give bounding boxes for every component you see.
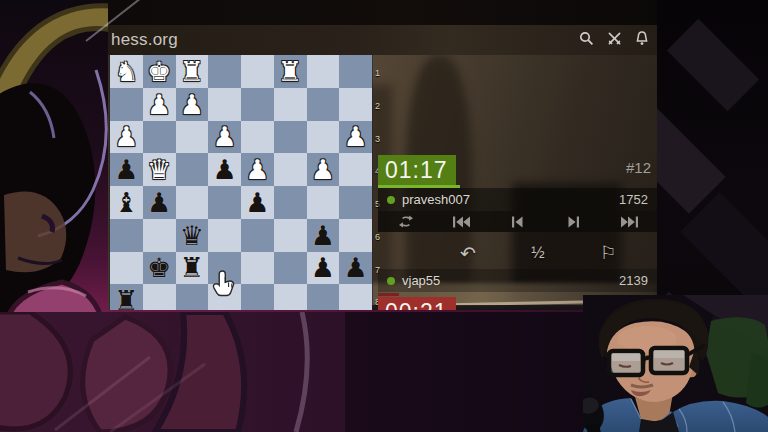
bottom-player-row: vjap55 2139 — [378, 269, 657, 292]
square-a7[interactable]: ♟ — [339, 252, 372, 285]
square-b6[interactable]: ♟ — [307, 219, 340, 252]
site-logo-text[interactable]: hess.org — [108, 30, 178, 50]
piece-black-rook[interactable]: ♜ — [114, 287, 138, 310]
square-g7[interactable]: ♚ — [143, 252, 176, 285]
square-a1[interactable] — [339, 55, 372, 88]
square-e4[interactable]: ♟ — [208, 153, 241, 186]
square-g5[interactable]: ♟ — [143, 186, 176, 219]
square-g8[interactable] — [143, 284, 176, 310]
piece-black-pawn[interactable]: ♟ — [311, 222, 335, 249]
square-d4[interactable]: ♟ — [241, 153, 274, 186]
square-g6[interactable] — [143, 219, 176, 252]
square-b8[interactable] — [307, 284, 340, 310]
top-player-clock: 01:17 — [378, 155, 456, 185]
square-b7[interactable]: ♟ — [307, 252, 340, 285]
square-f3[interactable] — [176, 121, 209, 154]
replay-controls — [378, 211, 657, 232]
square-b4[interactable]: ♟ — [307, 153, 340, 186]
square-a6[interactable] — [339, 219, 372, 252]
square-a5[interactable] — [339, 186, 372, 219]
square-h2[interactable] — [110, 88, 143, 121]
square-g2[interactable]: ♟ — [143, 88, 176, 121]
piece-white-pawn[interactable]: ♟ — [344, 123, 368, 150]
square-h6[interactable] — [110, 219, 143, 252]
takeback-button[interactable]: ↶ — [460, 244, 476, 263]
square-h3[interactable]: ♟ — [110, 121, 143, 154]
online-dot — [387, 196, 395, 204]
game-area: ♞♚♜♜♟♟♟♟♟♟♛♟♟♟♝♟♟♛♟♚♜♟♟♜ 12345678 01:17 … — [108, 55, 657, 310]
site-header: hess.org — [108, 25, 657, 55]
game-action-buttons: ↶ ½ ⚐ — [448, 240, 628, 266]
top-player-rating: 1752 — [619, 192, 648, 207]
rank-label-1: 1 — [373, 68, 382, 78]
piece-black-bishop[interactable]: ♝ — [114, 189, 138, 216]
piece-white-king[interactable]: ♚ — [147, 58, 171, 85]
square-e6[interactable] — [208, 219, 241, 252]
square-f6[interactable]: ♛ — [176, 219, 209, 252]
square-f1[interactable]: ♜ — [176, 55, 209, 88]
square-c4[interactable] — [274, 153, 307, 186]
go-to-end-button[interactable] — [617, 214, 641, 230]
piece-white-pawn[interactable]: ♟ — [245, 156, 269, 183]
square-c1[interactable]: ♜ — [274, 55, 307, 88]
piece-black-pawn[interactable]: ♟ — [213, 156, 237, 183]
square-b5[interactable] — [307, 186, 340, 219]
piece-white-pawn[interactable]: ♟ — [180, 91, 204, 118]
piece-black-rook[interactable]: ♜ — [180, 254, 204, 281]
square-a8[interactable] — [339, 284, 372, 310]
square-e5[interactable] — [208, 186, 241, 219]
square-e2[interactable] — [208, 88, 241, 121]
piece-white-knight[interactable]: ♞ — [114, 58, 138, 85]
square-a2[interactable] — [339, 88, 372, 121]
square-f5[interactable] — [176, 186, 209, 219]
square-f4[interactable] — [176, 153, 209, 186]
lichess-window: hess.org ♞♚♜♜♟♟♟♟♟♟♛♟♟♟♝♟ — [108, 0, 657, 310]
next-move-button[interactable] — [561, 214, 585, 230]
square-f7[interactable]: ♜ — [176, 252, 209, 285]
online-dot — [387, 277, 395, 285]
square-e3[interactable]: ♟ — [208, 121, 241, 154]
piece-black-pawn[interactable]: ♟ — [311, 254, 335, 281]
hand-cursor-icon — [212, 269, 239, 299]
piece-white-rook[interactable]: ♜ — [278, 58, 302, 85]
square-h7[interactable] — [110, 252, 143, 285]
piece-black-king[interactable]: ♚ — [147, 254, 171, 281]
piece-black-pawn[interactable]: ♟ — [147, 189, 171, 216]
offer-draw-button[interactable]: ½ — [531, 245, 544, 261]
square-d7[interactable] — [241, 252, 274, 285]
square-f2[interactable]: ♟ — [176, 88, 209, 121]
chess-board: ♞♚♜♜♟♟♟♟♟♟♛♟♟♟♝♟♟♛♟♚♜♟♟♜ — [110, 55, 372, 310]
square-e1[interactable] — [208, 55, 241, 88]
square-b3[interactable] — [307, 121, 340, 154]
piece-white-pawn[interactable]: ♟ — [213, 123, 237, 150]
square-a3[interactable]: ♟ — [339, 121, 372, 154]
previous-move-button[interactable] — [506, 214, 530, 230]
resign-flag-button[interactable]: ⚐ — [600, 244, 616, 262]
square-h1[interactable]: ♞ — [110, 55, 143, 88]
square-d2[interactable] — [241, 88, 274, 121]
bottom-mascot-artwork — [0, 312, 660, 432]
square-g1[interactable]: ♚ — [143, 55, 176, 88]
crossed-swords-icon[interactable] — [607, 31, 622, 50]
search-icon[interactable] — [579, 31, 594, 50]
square-h4[interactable]: ♟ — [110, 153, 143, 186]
bottom-player-name[interactable]: vjap55 — [402, 273, 440, 288]
notifications-bell-icon[interactable] — [635, 31, 649, 50]
window-top-strip — [108, 0, 657, 25]
square-c5[interactable] — [274, 186, 307, 219]
square-c7[interactable] — [274, 252, 307, 285]
piece-white-pawn[interactable]: ♟ — [147, 91, 171, 118]
square-h5[interactable]: ♝ — [110, 186, 143, 219]
webcam-overlay — [583, 295, 768, 432]
flip-board-button[interactable] — [394, 214, 418, 230]
square-a4[interactable] — [339, 153, 372, 186]
rank-label-2: 2 — [373, 101, 382, 111]
square-d3[interactable] — [241, 121, 274, 154]
rank-label-3: 3 — [373, 134, 382, 144]
square-f8[interactable] — [176, 284, 209, 310]
piece-white-pawn[interactable]: ♟ — [311, 156, 335, 183]
top-player-row: pravesh007 1752 — [378, 188, 657, 211]
piece-black-pawn[interactable]: ♟ — [114, 156, 138, 183]
square-d8[interactable] — [241, 284, 274, 310]
square-g4[interactable]: ♛ — [143, 153, 176, 186]
top-player-name[interactable]: pravesh007 — [402, 192, 470, 207]
piece-black-queen[interactable]: ♛ — [180, 222, 204, 249]
piece-black-pawn[interactable]: ♟ — [344, 254, 368, 281]
piece-black-pawn[interactable]: ♟ — [245, 189, 269, 216]
square-c6[interactable] — [274, 219, 307, 252]
square-c8[interactable] — [274, 284, 307, 310]
bottom-player-rating: 2139 — [619, 273, 648, 288]
stream-frame: hess.org ♞♚♜♜♟♟♟♟♟♟♛♟♟♟♝♟ — [0, 0, 768, 432]
square-c2[interactable] — [274, 88, 307, 121]
square-b1[interactable] — [307, 55, 340, 88]
top-game-number: #12 — [626, 159, 651, 176]
square-c3[interactable] — [274, 121, 307, 154]
piece-white-pawn[interactable]: ♟ — [114, 123, 138, 150]
square-d6[interactable] — [241, 219, 274, 252]
piece-white-rook[interactable]: ♜ — [180, 58, 204, 85]
go-to-start-button[interactable] — [450, 214, 474, 230]
rank-label-6: 6 — [373, 232, 382, 242]
square-g3[interactable] — [143, 121, 176, 154]
square-h8[interactable]: ♜ — [110, 284, 143, 310]
square-b2[interactable] — [307, 88, 340, 121]
bottom-clock-progress-bar — [378, 293, 399, 296]
piece-white-queen[interactable]: ♛ — [147, 156, 171, 183]
square-d5[interactable]: ♟ — [241, 186, 274, 219]
bottom-player-clock: 00:21 — [378, 297, 456, 310]
square-d1[interactable] — [241, 55, 274, 88]
